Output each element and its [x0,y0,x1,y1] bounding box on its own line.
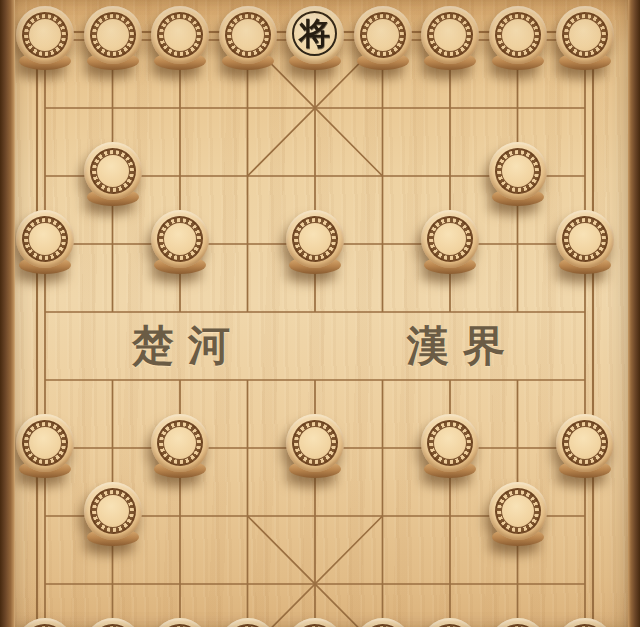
piece-face [556,6,614,64]
piece-center [231,18,265,52]
piece-face [556,210,614,268]
face-down-piece[interactable] [286,618,344,627]
piece-face [286,210,344,268]
piece-face [286,414,344,472]
piece-face [16,6,74,64]
board-surface[interactable]: 楚河 漢界 将 [0,0,640,627]
piece-face [354,6,412,64]
piece-face [84,618,142,627]
piece-face [556,618,614,627]
piece-center [28,222,62,256]
piece-face [84,6,142,64]
pieces-layer: 将 [0,0,640,627]
piece-face [421,210,479,268]
face-down-piece[interactable] [556,6,614,70]
piece-face [556,414,614,472]
black-general-piece[interactable]: 将 [286,6,344,70]
face-down-piece[interactable] [84,142,142,206]
face-down-piece[interactable] [489,142,547,206]
face-down-piece[interactable] [219,6,277,70]
face-down-piece[interactable] [286,414,344,478]
piece-center [28,426,62,460]
face-down-piece[interactable] [489,618,547,627]
piece-face [151,618,209,627]
piece-center [298,426,332,460]
face-down-piece[interactable] [421,210,479,274]
piece-center [568,18,602,52]
face-down-piece[interactable] [489,6,547,70]
face-down-piece[interactable] [151,414,209,478]
piece-face [421,414,479,472]
face-down-piece[interactable] [16,414,74,478]
face-down-piece[interactable] [354,6,412,70]
piece-center [501,494,535,528]
face-down-piece[interactable] [556,210,614,274]
piece-center [366,18,400,52]
general-character: 将 [300,18,331,49]
piece-face [421,6,479,64]
face-down-piece[interactable] [84,618,142,627]
face-down-piece[interactable] [151,618,209,627]
piece-center [163,18,197,52]
piece-face [16,618,74,627]
face-down-piece[interactable] [84,6,142,70]
piece-face [16,210,74,268]
xiangqi-app-window: 楚河 漢界 将 [0,0,640,627]
piece-center [568,426,602,460]
piece-center [28,18,62,52]
face-down-piece[interactable] [16,210,74,274]
face-down-piece[interactable] [84,482,142,546]
piece-face [489,6,547,64]
piece-face [219,6,277,64]
piece-center [568,222,602,256]
piece-center [501,18,535,52]
face-down-piece[interactable] [421,618,479,627]
piece-center [298,222,332,256]
face-down-piece[interactable] [16,618,74,627]
face-down-piece[interactable] [556,618,614,627]
piece-face: 将 [286,6,344,64]
face-down-piece[interactable] [16,6,74,70]
piece-center [96,18,130,52]
piece-face [151,210,209,268]
face-down-piece[interactable] [421,414,479,478]
face-down-piece[interactable] [219,618,277,627]
piece-center [163,426,197,460]
face-down-piece[interactable] [489,482,547,546]
piece-center [433,222,467,256]
face-down-piece[interactable] [151,6,209,70]
piece-center [163,222,197,256]
face-down-piece[interactable] [556,414,614,478]
piece-face [16,414,74,472]
piece-face [489,142,547,200]
piece-face [219,618,277,627]
face-down-piece[interactable] [354,618,412,627]
piece-face [354,618,412,627]
face-down-piece[interactable] [421,6,479,70]
piece-center [96,154,130,188]
piece-face [286,618,344,627]
piece-face [421,618,479,627]
piece-center [433,426,467,460]
piece-center [96,494,130,528]
piece-face [151,6,209,64]
piece-face [84,482,142,540]
piece-face [489,482,547,540]
face-down-piece[interactable] [151,210,209,274]
piece-center [501,154,535,188]
face-down-piece[interactable] [286,210,344,274]
piece-face [84,142,142,200]
piece-face [489,618,547,627]
piece-center [433,18,467,52]
piece-face [151,414,209,472]
